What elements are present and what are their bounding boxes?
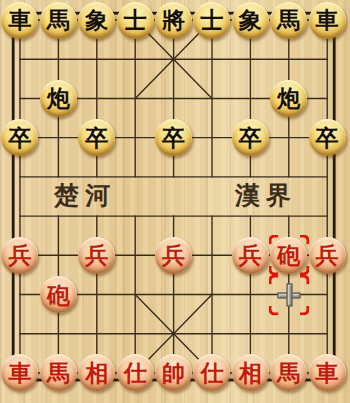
piece-red-elephant[interactable]: 相 [232, 354, 269, 391]
piece-red-soldier[interactable]: 兵 [78, 237, 115, 274]
piece-black-general[interactable]: 將 [155, 2, 192, 39]
cursor-bar-vertical [286, 284, 292, 307]
pieces-grid: 車馬象士將士象馬車炮炮卒卒卒卒卒兵兵兵兵砲兵砲車馬相仕帥仕相馬車 [1, 0, 347, 392]
piece-red-soldier[interactable]: 兵 [155, 237, 192, 274]
piece-red-general[interactable]: 帥 [155, 354, 192, 391]
xiangqi-board: 楚河 漢界 車馬象士將士象馬車炮炮卒卒卒卒卒兵兵兵兵砲兵砲車馬相仕帥仕相馬車 [0, 0, 350, 403]
piece-black-elephant[interactable]: 象 [232, 2, 269, 39]
piece-black-cannon[interactable]: 炮 [270, 80, 307, 117]
piece-black-soldier[interactable]: 卒 [78, 119, 115, 156]
piece-red-elephant[interactable]: 相 [78, 354, 115, 391]
piece-black-soldier[interactable]: 卒 [232, 119, 269, 156]
crosshair-cursor [278, 284, 301, 307]
piece-red-soldier[interactable]: 兵 [1, 237, 38, 274]
piece-red-soldier[interactable]: 兵 [232, 237, 269, 274]
piece-black-cannon[interactable]: 炮 [40, 80, 77, 117]
piece-black-advisor[interactable]: 士 [117, 2, 154, 39]
piece-black-soldier[interactable]: 卒 [155, 119, 192, 156]
piece-black-horse[interactable]: 馬 [270, 2, 307, 39]
piece-red-chariot[interactable]: 車 [1, 354, 38, 391]
piece-black-soldier[interactable]: 卒 [1, 119, 38, 156]
piece-red-horse[interactable]: 馬 [40, 354, 77, 391]
piece-black-chariot[interactable]: 車 [1, 2, 38, 39]
piece-black-chariot[interactable]: 車 [309, 2, 346, 39]
piece-red-chariot[interactable]: 車 [309, 354, 346, 391]
piece-red-soldier[interactable]: 兵 [309, 237, 346, 274]
piece-black-soldier[interactable]: 卒 [309, 119, 346, 156]
piece-black-advisor[interactable]: 士 [193, 2, 230, 39]
piece-red-cannon[interactable]: 砲 [40, 276, 77, 313]
piece-black-elephant[interactable]: 象 [78, 2, 115, 39]
piece-black-horse[interactable]: 馬 [40, 2, 77, 39]
piece-red-horse[interactable]: 馬 [270, 354, 307, 391]
piece-red-cannon[interactable]: 砲 [270, 237, 307, 274]
piece-red-advisor[interactable]: 仕 [117, 354, 154, 391]
piece-red-advisor[interactable]: 仕 [193, 354, 230, 391]
